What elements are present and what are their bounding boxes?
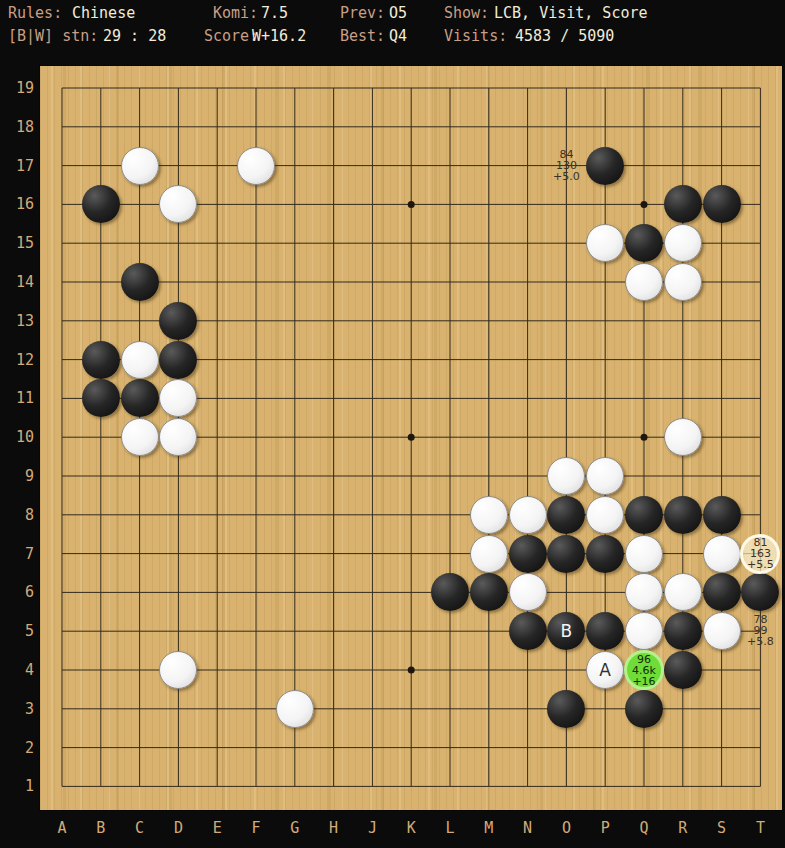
stone-white-R14[interactable]: [664, 263, 702, 301]
header-label-visits: Visits:: [444, 27, 507, 45]
header-label-rules: Rules:: [8, 4, 62, 22]
stone-black-B12[interactable]: [82, 341, 120, 379]
header-label-score: Score:: [204, 27, 258, 45]
coord-row-11: 11: [0, 389, 34, 407]
stone-black-O7[interactable]: [547, 535, 585, 573]
coord-row-9: 9: [0, 467, 34, 485]
stone-white-P8[interactable]: [586, 496, 624, 534]
candidate-line: 4.6k: [632, 665, 656, 676]
coord-col-G: G: [280, 818, 310, 838]
header-label-komi: Komi:: [213, 4, 258, 22]
stone-black-R5[interactable]: [664, 612, 702, 650]
stone-white-Q5[interactable]: [625, 612, 663, 650]
coord-row-17: 17: [0, 157, 34, 175]
stone-white-G3[interactable]: [276, 690, 314, 728]
coord-row-19: 19: [0, 79, 34, 97]
stone-white-C10[interactable]: [121, 418, 159, 456]
header-value-rules: Chinese: [72, 4, 135, 22]
coord-row-15: 15: [0, 234, 34, 252]
stone-white-N8[interactable]: [509, 496, 547, 534]
coord-col-J: J: [357, 818, 387, 838]
candidate-line: +16: [632, 676, 655, 687]
candidate-move-T7[interactable]: 81163+5.5: [740, 534, 780, 574]
stone-black-O8[interactable]: [547, 496, 585, 534]
stone-white-N6[interactable]: [509, 573, 547, 611]
stone-mark-A: A: [599, 662, 611, 679]
coord-col-H: H: [319, 818, 349, 838]
header-label-best-move: Best:: [340, 27, 385, 45]
coord-row-2: 2: [0, 739, 34, 757]
candidate-line: +5.5: [747, 559, 774, 570]
stone-black-D12[interactable]: [159, 341, 197, 379]
stone-black-C14[interactable]: [121, 263, 159, 301]
stone-black-B11[interactable]: [82, 379, 120, 417]
coord-col-N: N: [513, 818, 543, 838]
stone-white-S7[interactable]: [703, 535, 741, 573]
coord-row-8: 8: [0, 506, 34, 524]
stone-black-R4[interactable]: [664, 651, 702, 689]
stone-black-M6[interactable]: [470, 573, 508, 611]
header-value-best-move: Q4: [389, 27, 407, 45]
annotation-line: 84: [559, 149, 573, 160]
coord-row-10: 10: [0, 428, 34, 446]
stone-white-C12[interactable]: [121, 341, 159, 379]
header-label-stone-count: [B|W] stn:: [8, 27, 98, 45]
stone-black-R8[interactable]: [664, 496, 702, 534]
coord-row-4: 4: [0, 661, 34, 679]
stone-black-S6[interactable]: [703, 573, 741, 611]
coord-col-T: T: [745, 818, 775, 838]
stone-white-P4[interactable]: A: [586, 651, 624, 689]
coord-col-C: C: [125, 818, 155, 838]
coord-row-6: 6: [0, 583, 34, 601]
stone-black-Q3[interactable]: [625, 690, 663, 728]
coord-row-5: 5: [0, 622, 34, 640]
coord-col-M: M: [474, 818, 504, 838]
stone-white-F17[interactable]: [237, 147, 275, 185]
stone-black-N7[interactable]: [509, 535, 547, 573]
coord-col-O: O: [551, 818, 581, 838]
stone-white-R6[interactable]: [664, 573, 702, 611]
header-value-score: W+16.2: [252, 27, 306, 45]
annotation-line: 130: [556, 160, 577, 171]
stone-white-Q7[interactable]: [625, 535, 663, 573]
stone-black-P7[interactable]: [586, 535, 624, 573]
stone-white-R15[interactable]: [664, 224, 702, 262]
coord-col-R: R: [668, 818, 698, 838]
app-window: Rules:ChineseKomi:7.5Prev:O5Show:LCB, Vi…: [0, 0, 785, 848]
stone-white-M7[interactable]: [470, 535, 508, 573]
coord-row-7: 7: [0, 545, 34, 563]
stone-black-R16[interactable]: [664, 185, 702, 223]
annotation-line: +5.0: [553, 171, 580, 182]
stone-black-N5[interactable]: [509, 612, 547, 650]
coord-col-B: B: [86, 818, 116, 838]
candidate-annotation-O17[interactable]: 84130+5.0: [544, 149, 588, 182]
stone-white-M8[interactable]: [470, 496, 508, 534]
coord-col-E: E: [202, 818, 232, 838]
stone-black-Q8[interactable]: [625, 496, 663, 534]
stone-white-P9[interactable]: [586, 457, 624, 495]
header-value-stone-count: 29 : 28: [103, 27, 166, 45]
stone-mark-B: B: [561, 623, 573, 640]
coord-row-1: 1: [0, 777, 34, 795]
status-header: Rules:ChineseKomi:7.5Prev:O5Show:LCB, Vi…: [0, 0, 785, 66]
coord-row-16: 16: [0, 195, 34, 213]
stone-black-Q15[interactable]: [625, 224, 663, 262]
stone-white-C17[interactable]: [121, 147, 159, 185]
coord-col-P: P: [590, 818, 620, 838]
header-label-show: Show:: [444, 4, 489, 22]
coord-row-13: 13: [0, 312, 34, 330]
coord-col-D: D: [163, 818, 193, 838]
candidate-annotation-T5[interactable]: 7899+5.8: [738, 614, 782, 647]
header-value-komi: 7.5: [261, 4, 288, 22]
candidate-line: 96: [637, 654, 651, 665]
best-move-candidate-Q4[interactable]: 964.6k+16: [624, 650, 664, 690]
stone-black-S8[interactable]: [703, 496, 741, 534]
coord-row-12: 12: [0, 351, 34, 369]
coord-row-18: 18: [0, 118, 34, 136]
coord-row-14: 14: [0, 273, 34, 291]
goban[interactable]: 84130+5.07899+5.8BA81163+5.5964.6k+16: [40, 66, 782, 810]
stone-white-S5[interactable]: [703, 612, 741, 650]
stone-black-D13[interactable]: [159, 302, 197, 340]
header-label-prev-move: Prev:: [340, 4, 385, 22]
coord-col-L: L: [435, 818, 465, 838]
stone-black-B16[interactable]: [82, 185, 120, 223]
coord-col-K: K: [396, 818, 426, 838]
coord-row-3: 3: [0, 700, 34, 718]
header-value-visits: 4583 / 5090: [515, 27, 614, 45]
coord-col-F: F: [241, 818, 271, 838]
stone-white-R10[interactable]: [664, 418, 702, 456]
stone-black-S16[interactable]: [703, 185, 741, 223]
header-value-show: LCB, Visit, Score: [494, 4, 648, 22]
stone-white-Q14[interactable]: [625, 263, 663, 301]
stone-black-C11[interactable]: [121, 379, 159, 417]
stone-black-P17[interactable]: [586, 147, 624, 185]
coord-col-S: S: [707, 818, 737, 838]
coord-col-Q: Q: [629, 818, 659, 838]
annotation-line: +5.8: [747, 636, 774, 647]
header-value-prev-move: O5: [389, 4, 407, 22]
coord-col-A: A: [47, 818, 77, 838]
stone-black-O3[interactable]: [547, 690, 585, 728]
